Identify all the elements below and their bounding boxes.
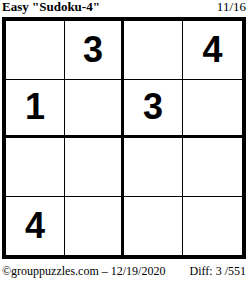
cell-r3c2[interactable] bbox=[65, 138, 124, 197]
cell-r1c2[interactable]: 3 bbox=[65, 21, 124, 80]
cell-r2c3[interactable]: 3 bbox=[124, 80, 183, 139]
cell-r4c4[interactable] bbox=[183, 197, 242, 256]
footer: ©grouppuzzles.com – 12/19/2020 Diff: 3 /… bbox=[2, 264, 246, 278]
puzzle-title: Easy "Sudoku-4" bbox=[2, 0, 100, 14]
cell-r2c1[interactable]: 1 bbox=[6, 80, 65, 139]
cell-r3c1[interactable] bbox=[6, 138, 65, 197]
cell-r2c4[interactable] bbox=[183, 80, 242, 139]
cell-r1c1[interactable] bbox=[6, 21, 65, 80]
cell-r4c1[interactable]: 4 bbox=[6, 197, 65, 256]
sudoku-board: 3 4 1 3 4 bbox=[2, 17, 246, 259]
header: Easy "Sudoku-4" 11/16 bbox=[2, 0, 246, 15]
cell-r4c2[interactable] bbox=[65, 197, 124, 256]
cell-r4c3[interactable] bbox=[124, 197, 183, 256]
puzzle-counter: 11/16 bbox=[217, 0, 246, 14]
cell-r3c3[interactable] bbox=[124, 138, 183, 197]
copyright-text: ©grouppuzzles.com – 12/19/2020 bbox=[2, 264, 165, 278]
cell-r1c4[interactable]: 4 bbox=[183, 21, 242, 80]
cell-r3c4[interactable] bbox=[183, 138, 242, 197]
cell-r2c2[interactable] bbox=[65, 80, 124, 139]
difficulty-text: Diff: 3 /551 bbox=[190, 264, 246, 278]
cell-r1c3[interactable] bbox=[124, 21, 183, 80]
